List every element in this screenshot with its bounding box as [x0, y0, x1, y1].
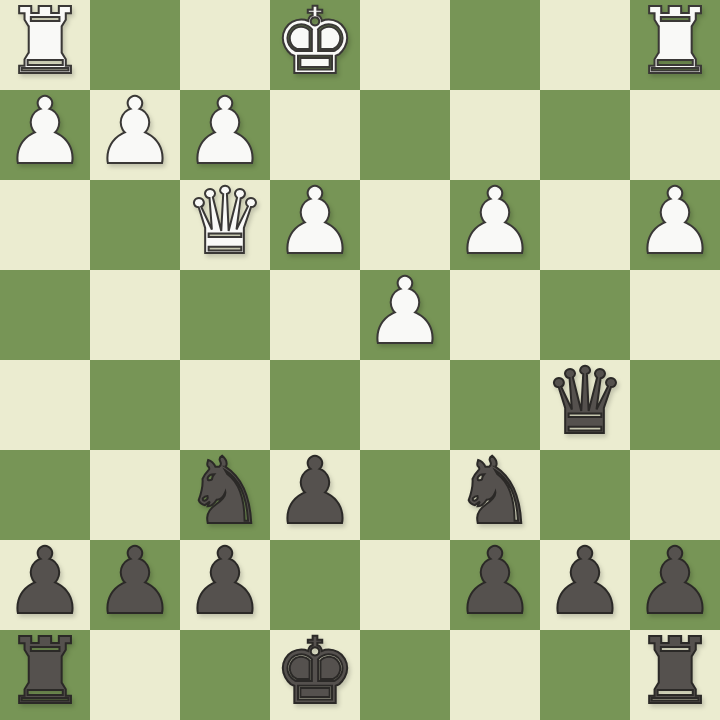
- square-a1[interactable]: ♜: [630, 0, 720, 90]
- white-pawn[interactable]: ♟: [364, 266, 446, 358]
- square-f7[interactable]: ♟: [180, 540, 270, 630]
- black-pawn[interactable]: ♟: [454, 536, 536, 628]
- square-b7[interactable]: ♟: [540, 540, 630, 630]
- square-a2[interactable]: [630, 90, 720, 180]
- square-a3[interactable]: ♟: [630, 180, 720, 270]
- square-c3[interactable]: ♟: [450, 180, 540, 270]
- square-h2[interactable]: ♟: [0, 90, 90, 180]
- square-c2[interactable]: [450, 90, 540, 180]
- square-a6[interactable]: [630, 450, 720, 540]
- black-knight[interactable]: ♞: [454, 446, 536, 538]
- white-king[interactable]: ♚: [274, 0, 356, 88]
- white-pawn[interactable]: ♟: [94, 86, 176, 178]
- square-a4[interactable]: [630, 270, 720, 360]
- square-a8[interactable]: ♜: [630, 630, 720, 720]
- square-c4[interactable]: [450, 270, 540, 360]
- white-rook[interactable]: ♜: [4, 0, 86, 88]
- black-rook[interactable]: ♜: [4, 626, 86, 718]
- white-queen[interactable]: ♛: [184, 176, 266, 268]
- square-g8[interactable]: [90, 630, 180, 720]
- square-b8[interactable]: [540, 630, 630, 720]
- black-pawn[interactable]: ♟: [544, 536, 626, 628]
- square-d5[interactable]: [360, 360, 450, 450]
- black-pawn[interactable]: ♟: [184, 536, 266, 628]
- square-h8[interactable]: ♜: [0, 630, 90, 720]
- square-e1[interactable]: ♚: [270, 0, 360, 90]
- square-e4[interactable]: [270, 270, 360, 360]
- square-e3[interactable]: ♟: [270, 180, 360, 270]
- square-h4[interactable]: [0, 270, 90, 360]
- black-king[interactable]: ♚: [274, 626, 356, 718]
- square-b4[interactable]: [540, 270, 630, 360]
- square-f6[interactable]: ♞: [180, 450, 270, 540]
- square-d3[interactable]: [360, 180, 450, 270]
- white-rook[interactable]: ♜: [634, 0, 716, 88]
- square-f4[interactable]: [180, 270, 270, 360]
- white-pawn[interactable]: ♟: [4, 86, 86, 178]
- square-a7[interactable]: ♟: [630, 540, 720, 630]
- white-pawn[interactable]: ♟: [454, 176, 536, 268]
- square-c8[interactable]: [450, 630, 540, 720]
- square-a5[interactable]: [630, 360, 720, 450]
- square-e7[interactable]: [270, 540, 360, 630]
- square-h5[interactable]: [0, 360, 90, 450]
- square-e6[interactable]: ♟: [270, 450, 360, 540]
- square-d2[interactable]: [360, 90, 450, 180]
- square-f2[interactable]: ♟: [180, 90, 270, 180]
- square-b6[interactable]: [540, 450, 630, 540]
- square-c1[interactable]: [450, 0, 540, 90]
- square-g3[interactable]: [90, 180, 180, 270]
- square-b1[interactable]: [540, 0, 630, 90]
- chess-board: ♜♚♜♟♟♟♛♟♟♟♟♛♞♟♞♟♟♟♟♟♟♜♚♜: [0, 0, 720, 720]
- square-h6[interactable]: [0, 450, 90, 540]
- white-pawn[interactable]: ♟: [274, 176, 356, 268]
- square-g4[interactable]: [90, 270, 180, 360]
- square-c5[interactable]: [450, 360, 540, 450]
- black-pawn[interactable]: ♟: [274, 446, 356, 538]
- square-e2[interactable]: [270, 90, 360, 180]
- square-g5[interactable]: [90, 360, 180, 450]
- black-pawn[interactable]: ♟: [4, 536, 86, 628]
- square-d8[interactable]: [360, 630, 450, 720]
- square-b2[interactable]: [540, 90, 630, 180]
- black-rook[interactable]: ♜: [634, 626, 716, 718]
- square-b3[interactable]: [540, 180, 630, 270]
- square-d1[interactable]: [360, 0, 450, 90]
- square-d4[interactable]: ♟: [360, 270, 450, 360]
- square-h1[interactable]: ♜: [0, 0, 90, 90]
- square-d7[interactable]: [360, 540, 450, 630]
- square-c7[interactable]: ♟: [450, 540, 540, 630]
- square-f8[interactable]: [180, 630, 270, 720]
- square-h7[interactable]: ♟: [0, 540, 90, 630]
- square-g2[interactable]: ♟: [90, 90, 180, 180]
- black-pawn[interactable]: ♟: [634, 536, 716, 628]
- black-pawn[interactable]: ♟: [94, 536, 176, 628]
- square-b5[interactable]: ♛: [540, 360, 630, 450]
- black-knight[interactable]: ♞: [184, 446, 266, 538]
- black-queen[interactable]: ♛: [544, 356, 626, 448]
- square-f1[interactable]: [180, 0, 270, 90]
- square-d6[interactable]: [360, 450, 450, 540]
- white-pawn[interactable]: ♟: [184, 86, 266, 178]
- square-e5[interactable]: [270, 360, 360, 450]
- square-g1[interactable]: [90, 0, 180, 90]
- square-f3[interactable]: ♛: [180, 180, 270, 270]
- square-f5[interactable]: [180, 360, 270, 450]
- square-g6[interactable]: [90, 450, 180, 540]
- white-pawn[interactable]: ♟: [634, 176, 716, 268]
- square-c6[interactable]: ♞: [450, 450, 540, 540]
- square-e8[interactable]: ♚: [270, 630, 360, 720]
- square-h3[interactable]: [0, 180, 90, 270]
- square-g7[interactable]: ♟: [90, 540, 180, 630]
